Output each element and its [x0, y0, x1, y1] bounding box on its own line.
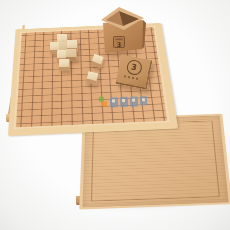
- watermark-glyph: [110, 97, 118, 107]
- watermark-glyph: [120, 96, 128, 106]
- watermark-logo-icon: [99, 97, 108, 108]
- plain-board-groove: [91, 121, 220, 202]
- watermark-glyph: [140, 96, 147, 105]
- storage-box: 3: [99, 7, 147, 57]
- box-lid: 3: [115, 54, 152, 90]
- lid-stamp-textline: [124, 75, 140, 80]
- lid-stamp-number: 3: [130, 63, 137, 72]
- product-photo-scene: 3 3: [0, 0, 230, 230]
- wood-cube: [59, 59, 70, 71]
- shop-watermark: [99, 95, 147, 108]
- box-stamp-number: 3: [117, 41, 122, 49]
- lid-round-stamp: 3: [125, 59, 143, 77]
- watermark-glyph: [130, 96, 138, 106]
- watermark-orange-square: [102, 102, 107, 107]
